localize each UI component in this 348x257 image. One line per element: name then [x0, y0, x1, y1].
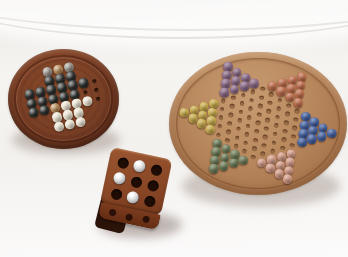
- block-hole: [110, 187, 123, 200]
- marble-green: [218, 160, 229, 171]
- board-hole: [262, 143, 267, 148]
- board-hole: [265, 117, 270, 122]
- board-hole: [295, 108, 300, 113]
- board-hole: [246, 123, 251, 128]
- board-hole: [268, 100, 273, 105]
- board-hole: [266, 109, 271, 114]
- board-hole: [292, 125, 297, 130]
- board-hole: [277, 97, 282, 102]
- board-hole: [275, 114, 280, 119]
- marble-blue: [326, 128, 337, 139]
- board-hole: [284, 120, 289, 125]
- board-hole: [231, 95, 236, 100]
- board-hole: [259, 94, 264, 99]
- marble-blue: [316, 130, 327, 141]
- board-hole: [280, 145, 285, 150]
- board-hole: [243, 140, 248, 145]
- ball-puzzle-block: [97, 149, 181, 237]
- board-hole: [291, 134, 296, 139]
- board-hole: [264, 126, 269, 131]
- board-hole: [227, 120, 232, 125]
- board-hole: [242, 149, 247, 154]
- marble-green: [228, 157, 239, 168]
- marble-white: [81, 95, 93, 107]
- ball-puzzle-body: [96, 147, 177, 237]
- board-hole: [93, 88, 98, 93]
- block-hole: [130, 175, 143, 188]
- board-hole: [236, 126, 241, 131]
- marble-purple: [219, 86, 230, 97]
- marble-green: [238, 154, 249, 165]
- board-hole: [225, 137, 230, 142]
- block-hole: [146, 179, 159, 192]
- board-hole: [271, 140, 276, 145]
- block-hole: [143, 194, 156, 207]
- peg-solitaire-board: [8, 49, 119, 149]
- backdrop-highlight: [0, 0, 348, 48]
- board-hole: [273, 131, 278, 136]
- marble-rust: [293, 97, 304, 108]
- board-hole: [226, 129, 231, 134]
- board-hole: [91, 79, 96, 84]
- board-hole: [235, 134, 240, 139]
- board-hole: [250, 89, 255, 94]
- board-hole: [238, 109, 243, 114]
- board-hole: [274, 123, 279, 128]
- board-hole: [220, 106, 225, 111]
- board-hole: [83, 90, 88, 95]
- board-hole: [255, 120, 260, 125]
- board-hole: [276, 106, 281, 111]
- block-hole: [116, 156, 129, 169]
- board-hole: [241, 92, 246, 97]
- board-hole: [233, 143, 238, 148]
- board-hole: [221, 98, 226, 103]
- photo-backdrop: [0, 0, 348, 257]
- board-hole: [293, 117, 298, 122]
- board-hole: [230, 103, 235, 108]
- board-hole: [260, 86, 265, 91]
- chinese-checkers-board: [169, 52, 347, 195]
- board-hole: [260, 151, 265, 156]
- board-hole: [258, 103, 263, 108]
- marble-blue: [307, 133, 318, 144]
- board-hole: [239, 100, 244, 105]
- marble-purple: [239, 81, 250, 92]
- board-hole: [247, 114, 252, 119]
- board-hole: [249, 97, 254, 102]
- block-hole: [150, 163, 163, 176]
- board-hole: [217, 123, 222, 128]
- marble-black: [77, 77, 89, 89]
- board-hole: [228, 112, 233, 117]
- board-hole: [216, 132, 221, 137]
- board-hole: [281, 137, 286, 142]
- board-hole: [269, 91, 274, 96]
- board-hole: [286, 103, 291, 108]
- board-hole: [244, 131, 249, 136]
- marble-purple: [249, 78, 260, 89]
- board-hole: [254, 129, 259, 134]
- board-hole: [251, 154, 256, 159]
- board-hole: [285, 111, 290, 116]
- board-hole: [270, 148, 275, 153]
- board-hole: [290, 142, 295, 147]
- board-hole: [237, 117, 242, 122]
- board-hole: [257, 111, 262, 116]
- board-hole: [248, 106, 253, 111]
- steel-ball: [112, 171, 126, 185]
- board-hole: [263, 134, 268, 139]
- board-hole: [282, 128, 287, 133]
- board-hole: [253, 137, 258, 142]
- ball-puzzle-hole-grid: [106, 152, 167, 211]
- board-hole: [252, 146, 257, 151]
- board-hole: [218, 115, 223, 120]
- chinese-checkers-star-grid: [177, 61, 339, 184]
- marble-black: [38, 104, 50, 116]
- steel-ball: [132, 159, 146, 173]
- steel-ball: [126, 190, 140, 204]
